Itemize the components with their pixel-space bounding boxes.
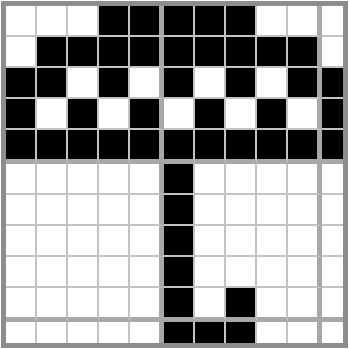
cell-r8c9[interactable] [257,226,288,257]
cell-r9c11[interactable] [322,257,343,288]
cell-r1c2[interactable] [37,6,68,37]
cell-r8c7[interactable] [195,226,226,257]
cell-r10c7[interactable] [195,288,226,322]
cell-r6c5[interactable] [130,164,164,195]
cell-r2c2[interactable] [37,37,68,68]
cell-r4c3[interactable] [68,99,99,130]
cell-r9c7[interactable] [195,257,226,288]
cell-r7c3[interactable] [68,195,99,226]
cell-r10c5[interactable] [130,288,164,322]
cell-r9c5[interactable] [130,257,164,288]
cell-r8c4[interactable] [99,226,130,257]
cell-r8c1[interactable] [6,226,37,257]
cell-r11c8[interactable] [226,322,257,343]
cell-r9c3[interactable] [68,257,99,288]
cell-r10c4[interactable] [99,288,130,322]
cell-r6c11[interactable] [322,164,343,195]
cell-r4c5[interactable] [130,99,164,130]
cell-r3c8[interactable] [226,68,257,99]
cell-r7c9[interactable] [257,195,288,226]
cell-r2c6[interactable] [164,37,195,68]
cell-r6c7[interactable] [195,164,226,195]
cell-r11c2[interactable] [37,322,68,343]
cell-r7c10[interactable] [288,195,322,226]
cell-r6c4[interactable] [99,164,130,195]
cell-r1c4[interactable] [99,6,130,37]
puzzle-board [1,1,348,348]
cell-r5c2[interactable] [37,130,68,164]
cell-r11c5[interactable] [130,322,164,343]
cell-r1c5[interactable] [130,6,164,37]
cell-r10c3[interactable] [68,288,99,322]
cell-r10c9[interactable] [257,288,288,322]
cell-r10c10[interactable] [288,288,322,322]
cell-r2c4[interactable] [99,37,130,68]
cell-r4c7[interactable] [195,99,226,130]
cell-r4c9[interactable] [257,99,288,130]
cell-r6c6[interactable] [164,164,195,195]
cell-r7c8[interactable] [226,195,257,226]
cell-r1c10[interactable] [288,6,322,37]
cell-r6c3[interactable] [68,164,99,195]
cell-r10c2[interactable] [37,288,68,322]
cell-r9c4[interactable] [99,257,130,288]
cell-r8c2[interactable] [37,226,68,257]
cell-r7c1[interactable] [6,195,37,226]
cell-r3c3[interactable] [68,68,99,99]
cell-r11c11[interactable] [322,322,343,343]
cell-r2c7[interactable] [195,37,226,68]
cell-r5c7[interactable] [195,130,226,164]
cell-r1c7[interactable] [195,6,226,37]
cell-r7c4[interactable] [99,195,130,226]
cell-r7c6[interactable] [164,195,195,226]
cell-r5c1[interactable] [6,130,37,164]
cell-r11c3[interactable] [68,322,99,343]
cell-r10c6[interactable] [164,288,195,322]
cell-r8c6[interactable] [164,226,195,257]
cell-r4c2[interactable] [37,99,68,130]
cell-r10c8[interactable] [226,288,257,322]
cell-r1c6[interactable] [164,6,195,37]
cell-r5c8[interactable] [226,130,257,164]
cell-r7c5[interactable] [130,195,164,226]
cell-r11c1[interactable] [6,322,37,343]
cell-r8c10[interactable] [288,226,322,257]
cell-r11c6[interactable] [164,322,195,343]
cell-r4c10[interactable] [288,99,322,130]
cell-r5c9[interactable] [257,130,288,164]
cell-r2c5[interactable] [130,37,164,68]
cell-r6c2[interactable] [37,164,68,195]
cell-r5c5[interactable] [130,130,164,164]
cell-r1c1[interactable] [6,6,37,37]
cell-r4c11[interactable] [322,99,343,130]
cell-r5c6[interactable] [164,130,195,164]
screenshot-canvas [0,0,349,349]
cell-r9c9[interactable] [257,257,288,288]
cell-r7c11[interactable] [322,195,343,226]
cell-r3c11[interactable] [322,68,343,99]
cell-r3c5[interactable] [130,68,164,99]
cell-r4c4[interactable] [99,99,130,130]
cell-r11c10[interactable] [288,322,322,343]
cell-r6c8[interactable] [226,164,257,195]
cell-r5c4[interactable] [99,130,130,164]
cell-r6c1[interactable] [6,164,37,195]
cell-r9c6[interactable] [164,257,195,288]
cell-r9c1[interactable] [6,257,37,288]
cell-r1c8[interactable] [226,6,257,37]
cell-r4c1[interactable] [6,99,37,130]
cell-r2c9[interactable] [257,37,288,68]
cell-r5c3[interactable] [68,130,99,164]
cell-r2c8[interactable] [226,37,257,68]
cell-r9c2[interactable] [37,257,68,288]
cell-r4c8[interactable] [226,99,257,130]
cell-r11c9[interactable] [257,322,288,343]
cell-r3c1[interactable] [6,68,37,99]
cell-r1c3[interactable] [68,6,99,37]
cell-r1c9[interactable] [257,6,288,37]
cell-r8c5[interactable] [130,226,164,257]
cell-r8c3[interactable] [68,226,99,257]
cell-r7c7[interactable] [195,195,226,226]
cell-r2c3[interactable] [68,37,99,68]
cell-r3c7[interactable] [195,68,226,99]
cell-r9c8[interactable] [226,257,257,288]
cell-r5c11[interactable] [322,130,343,164]
cell-r8c11[interactable] [322,226,343,257]
cell-r3c10[interactable] [288,68,322,99]
cell-r3c4[interactable] [99,68,130,99]
cell-r3c6[interactable] [164,68,195,99]
cell-r3c2[interactable] [37,68,68,99]
cell-r10c1[interactable] [6,288,37,322]
cell-r11c7[interactable] [195,322,226,343]
cell-r9c10[interactable] [288,257,322,288]
cell-r2c11[interactable] [322,37,343,68]
cell-r11c4[interactable] [99,322,130,343]
cell-r2c10[interactable] [288,37,322,68]
cell-r6c10[interactable] [288,164,322,195]
cell-r7c2[interactable] [37,195,68,226]
cell-r10c11[interactable] [322,288,343,322]
cell-r1c11[interactable] [322,6,343,37]
cell-r5c10[interactable] [288,130,322,164]
cell-r4c6[interactable] [164,99,195,130]
cell-r3c9[interactable] [257,68,288,99]
cell-r8c8[interactable] [226,226,257,257]
cell-r6c9[interactable] [257,164,288,195]
cell-r2c1[interactable] [6,37,37,68]
